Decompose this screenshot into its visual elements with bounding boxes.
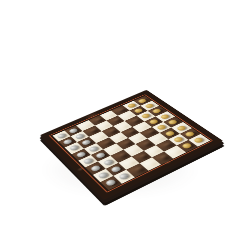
silver-rook-glyph: ♜ bbox=[102, 164, 120, 184]
gold-pawn-glyph: ♟ bbox=[181, 135, 192, 147]
product-photo: ♜♞♝♛♚♝♞♜♟♟♟♟♟♟♟♟♟♟♟♟♟♟♟♟♜♞♝♛♚♝♞♜ bbox=[0, 0, 240, 240]
chessboard-scene: ♜♞♝♛♚♝♞♜♟♟♟♟♟♟♟♟♟♟♟♟♟♟♟♟♜♞♝♛♚♝♞♜ bbox=[61, 71, 195, 205]
gold-rook-glyph: ♜ bbox=[191, 123, 208, 142]
silver-pawn-glyph: ♟ bbox=[118, 164, 130, 177]
